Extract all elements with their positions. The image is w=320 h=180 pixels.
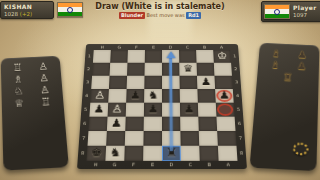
square-f1[interactable] <box>127 50 144 63</box>
rank-label-4: 4 <box>233 89 242 103</box>
piece-bN-g8: ♞ <box>105 146 124 161</box>
square-b7[interactable] <box>199 131 218 146</box>
piece-bN-e4: ♞ <box>144 89 162 103</box>
square-h3[interactable] <box>91 76 109 89</box>
board-3d-wrapper: HGFEDCBA 12345678 ♔♛♟♙♟♞♟♟♙♟♟♟♚♞♜ 123456… <box>77 44 247 169</box>
square-d6[interactable] <box>162 117 180 131</box>
captured-tray-left: ♖♙♗♙♘♙♕♖ <box>1 56 69 171</box>
square-f4[interactable]: ♟ <box>126 89 144 103</box>
square-b3[interactable]: ♟ <box>197 76 215 89</box>
blunder-move-highlight-a5 <box>217 103 234 115</box>
chess-app-screen: Draw (White is in stalemate) Blunder Bes… <box>0 0 320 180</box>
captured-white-wR-7: ♖ <box>34 95 59 108</box>
square-g3[interactable] <box>109 76 127 89</box>
chakra-icon <box>67 7 73 13</box>
player-left-name: KISHAN <box>4 3 50 11</box>
captured-tray-right: ♝♟♝♟♜ <box>249 43 319 171</box>
square-e8[interactable] <box>143 146 162 161</box>
india-flag-left <box>57 2 83 17</box>
piece-wK-a1: ♔ <box>213 50 231 63</box>
square-b4[interactable] <box>197 89 215 103</box>
piece-bK-h8: ♚ <box>87 146 107 161</box>
piece-bP-h5: ♟ <box>89 103 108 117</box>
rank-label-3: 3 <box>232 76 241 89</box>
square-c5[interactable]: ♟ <box>180 103 198 117</box>
square-f2[interactable] <box>127 63 145 76</box>
square-c3[interactable] <box>179 76 197 89</box>
square-a3[interactable] <box>214 76 232 89</box>
blunder-badge: Blunder <box>119 12 145 19</box>
square-f3[interactable] <box>127 76 145 89</box>
captured-queen-coronet <box>293 142 309 155</box>
india-flag-right <box>264 4 290 19</box>
square-a5[interactable] <box>216 103 235 117</box>
player-right-name: Player <box>293 4 320 12</box>
square-c2[interactable]: ♛ <box>179 63 197 76</box>
file-label-f: F <box>124 161 143 168</box>
player-left-rating-delta: (+2) <box>20 11 32 17</box>
square-a6[interactable] <box>216 117 235 131</box>
square-e1[interactable] <box>145 50 162 63</box>
piece-bP-b3: ♟ <box>197 76 215 89</box>
board-frame: HGFEDCBA 12345678 ♔♛♟♙♟♞♟♟♙♟♟♟♚♞♜ 123456… <box>77 44 247 169</box>
rank-label-2: 2 <box>231 63 240 76</box>
square-h2[interactable] <box>92 63 110 76</box>
square-e6[interactable] <box>144 117 162 131</box>
square-c8[interactable] <box>181 146 200 161</box>
rank-label-1: 1 <box>230 50 239 63</box>
square-d8[interactable]: ♜ <box>162 146 181 161</box>
game-result-title: Draw (White is in stalemate) <box>88 2 232 11</box>
square-h7[interactable] <box>88 131 107 146</box>
square-c6[interactable] <box>180 117 199 131</box>
square-h4[interactable]: ♙ <box>90 89 109 103</box>
file-label-c: C <box>181 161 200 168</box>
best-move-text: Best move was <box>147 12 185 18</box>
best-move-san-badge: Rd1 <box>186 12 201 19</box>
square-g8[interactable]: ♞ <box>105 146 124 161</box>
square-h6[interactable] <box>88 117 107 131</box>
square-h1[interactable] <box>93 50 111 63</box>
chess-board: ♔♛♟♙♟♞♟♟♙♟♟♟♚♞♜ <box>87 50 238 161</box>
file-label-e: E <box>143 161 162 168</box>
square-f5[interactable] <box>126 103 144 117</box>
captured-black-bB-2: ♝ <box>263 59 288 72</box>
square-f8[interactable] <box>124 146 143 161</box>
player-plate-right: Player 1097 <box>261 1 320 22</box>
piece-bP-e5: ♟ <box>144 103 162 117</box>
square-c7[interactable] <box>180 131 199 146</box>
square-e2[interactable] <box>145 63 162 76</box>
square-g6[interactable]: ♟ <box>107 117 126 131</box>
piece-wP-h4: ♙ <box>90 89 109 103</box>
square-f7[interactable] <box>125 131 144 146</box>
file-label-g: G <box>105 161 124 168</box>
square-b8[interactable] <box>199 146 218 161</box>
square-a7[interactable] <box>217 131 236 146</box>
square-b1[interactable] <box>196 50 214 63</box>
blunder-move-highlight-a4 <box>216 90 233 102</box>
square-b5[interactable] <box>198 103 217 117</box>
file-label-a: A <box>219 161 238 168</box>
square-a1[interactable]: ♔ <box>213 50 231 63</box>
square-g5[interactable]: ♙ <box>108 103 127 117</box>
square-g4[interactable] <box>108 89 126 103</box>
rank-label-6: 6 <box>235 117 245 131</box>
square-d2[interactable] <box>162 63 179 76</box>
square-a2[interactable] <box>214 63 232 76</box>
square-d1[interactable] <box>162 50 179 63</box>
square-g2[interactable] <box>110 63 128 76</box>
player-right-rating: 1097 <box>293 12 320 19</box>
square-f6[interactable] <box>125 117 144 131</box>
captured-black-bR-4: ♜ <box>275 71 300 84</box>
square-h5[interactable]: ♟ <box>89 103 108 117</box>
square-g7[interactable] <box>106 131 125 146</box>
chakra-icon <box>274 9 280 15</box>
square-a8[interactable] <box>218 146 238 161</box>
player-plate-left: KISHAN 1028 (+2) <box>0 1 54 19</box>
rank-label-5: 5 <box>234 103 244 117</box>
piece-bP-f4: ♟ <box>126 89 144 103</box>
file-label-d: D <box>162 161 181 168</box>
piece-bQ-c2: ♛ <box>179 63 197 76</box>
square-d7[interactable] <box>162 131 181 146</box>
piece-wP-g5: ♙ <box>108 103 127 117</box>
rank-label-7: 7 <box>236 131 246 146</box>
square-e5[interactable]: ♟ <box>144 103 162 117</box>
square-h8[interactable]: ♚ <box>87 146 107 161</box>
captured-white-wQ-6: ♕ <box>7 97 32 111</box>
move-annotation-line: Blunder Best move was Rd1 <box>60 12 260 19</box>
square-b2[interactable] <box>197 63 215 76</box>
square-c4[interactable] <box>180 89 198 103</box>
square-a4[interactable]: ♟ <box>215 89 234 103</box>
square-e3[interactable] <box>144 76 162 89</box>
player-left-rating: 1028 (+2) <box>4 11 50 18</box>
square-d3[interactable] <box>162 76 180 89</box>
square-d5[interactable] <box>162 103 180 117</box>
square-d4[interactable] <box>162 89 180 103</box>
square-c1[interactable] <box>179 50 196 63</box>
piece-bP-c5: ♟ <box>180 103 198 117</box>
file-label-h: H <box>86 161 105 168</box>
square-e7[interactable] <box>143 131 162 146</box>
piece-bP-g6: ♟ <box>107 117 126 131</box>
file-label-b: B <box>200 161 219 168</box>
square-g1[interactable] <box>110 50 128 63</box>
best-move-origin-highlight <box>162 146 181 161</box>
square-b6[interactable] <box>198 117 217 131</box>
rank-label-8: 8 <box>236 146 246 161</box>
square-e4[interactable]: ♞ <box>144 89 162 103</box>
file-labels-bottom: HGFEDCBA <box>77 161 247 168</box>
